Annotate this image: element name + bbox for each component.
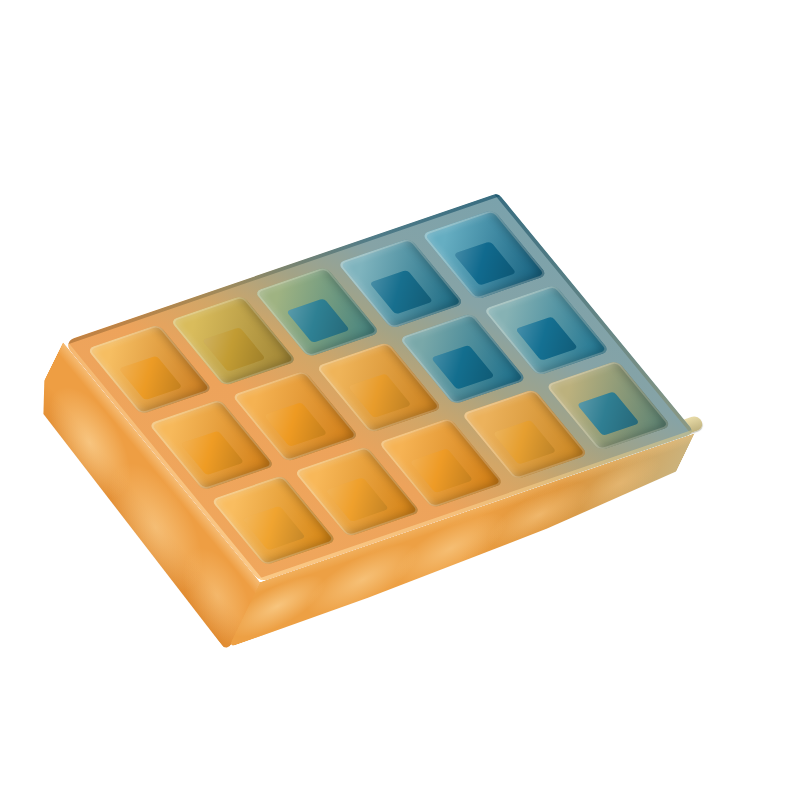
cavity-bottom: [242, 506, 306, 551]
cavity-bottom: [202, 327, 266, 372]
cavity-bottom: [326, 478, 390, 523]
cavity-bottom: [348, 374, 412, 419]
cavity-bottom: [431, 345, 495, 390]
photo-caption: Two-tone translucent silicone mold tray …: [0, 0, 1, 1]
cavity-bottom: [119, 355, 183, 400]
cavity-bottom: [493, 420, 557, 465]
cavity-bottom: [369, 270, 433, 315]
cavity-bottom: [515, 316, 579, 361]
cavity-bottom: [286, 298, 350, 343]
cavity-bottom: [453, 241, 517, 286]
cavity-bottom: [180, 431, 244, 476]
cavity-bottom: [577, 392, 641, 437]
silicone-mold-photo: Two-tone translucent silicone mold tray …: [0, 0, 800, 800]
cavity-bottom: [409, 449, 473, 494]
cavity-bottom: [264, 402, 328, 447]
